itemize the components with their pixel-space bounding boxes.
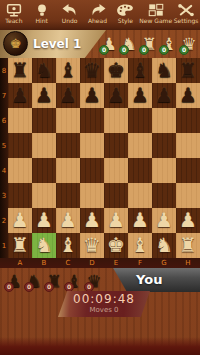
piece-black-rook: ♜: [176, 58, 200, 83]
captured-black-bishop: ♝0: [64, 268, 84, 294]
level-label: Level 1: [33, 37, 81, 51]
square-d8[interactable]: ♛: [80, 58, 104, 83]
square-a7[interactable]: ♟: [8, 83, 32, 108]
square-g8[interactable]: ♞: [152, 58, 176, 83]
piece-white-pawn: ♟: [80, 208, 104, 233]
square-a3[interactable]: [8, 183, 32, 208]
captured-white-tray: ♟0♞0♜0♝0♛0: [99, 31, 199, 57]
square-g3[interactable]: [152, 183, 176, 208]
piece-black-pawn: ♟: [56, 83, 80, 108]
square-c3[interactable]: [56, 183, 80, 208]
square-f3[interactable]: [128, 183, 152, 208]
square-e4[interactable]: [104, 158, 128, 183]
piece-white-knight: ♞: [152, 233, 176, 258]
captured-white-queen: ♛0: [179, 31, 199, 57]
capture-count-badge: 0: [99, 45, 109, 55]
capture-count-badge: 0: [159, 45, 169, 55]
square-c6[interactable]: [56, 108, 80, 133]
timer-banner: 00:09:48 Moves 0: [58, 291, 150, 317]
square-b1[interactable]: ♞: [32, 233, 56, 258]
rank-label-8: 8: [0, 58, 8, 83]
square-h1[interactable]: ♜: [176, 233, 200, 258]
chess-app-screen: TeachHintUndoAheadStyleNew GameSettings …: [0, 0, 200, 355]
file-label-b: B: [32, 258, 56, 268]
toolbar-button-label: Hint: [36, 18, 48, 24]
square-a2[interactable]: ♟: [8, 208, 32, 233]
style-button[interactable]: Style: [111, 0, 139, 30]
style-icon: [116, 3, 134, 17]
rank-label-6: 6: [0, 108, 8, 133]
piece-black-king: ♚: [104, 58, 128, 83]
bottom-shade: [0, 337, 200, 355]
piece-white-pawn: ♟: [56, 208, 80, 233]
square-g7[interactable]: ♟: [152, 83, 176, 108]
piece-white-queen: ♛: [80, 233, 104, 258]
capture-count-badge: 0: [119, 45, 129, 55]
rank-label-4: 4: [0, 158, 8, 183]
clock-time: 00:09:48: [58, 293, 150, 306]
piece-white-pawn: ♟: [152, 208, 176, 233]
rank-label-2: 2: [0, 208, 8, 233]
square-c1[interactable]: ♝: [56, 233, 80, 258]
square-f6[interactable]: [128, 108, 152, 133]
player-banner: You: [112, 266, 200, 292]
piece-white-knight: ♞: [32, 233, 56, 258]
hint-button[interactable]: Hint: [28, 0, 56, 30]
captured-black-queen: ♛0: [84, 268, 104, 294]
rank-label-5: 5: [0, 133, 8, 158]
square-f2[interactable]: ♟: [128, 208, 152, 233]
file-label-e: E: [104, 258, 128, 268]
toolbar-button-label: Settings: [174, 18, 199, 24]
hint-icon: [33, 3, 51, 17]
square-d6[interactable]: [80, 108, 104, 133]
square-a8[interactable]: ♜: [8, 58, 32, 83]
file-label-a: A: [8, 258, 32, 268]
file-label-f: F: [128, 258, 152, 268]
square-e8[interactable]: ♚: [104, 58, 128, 83]
square-h4[interactable]: [176, 158, 200, 183]
square-h8[interactable]: ♜: [176, 58, 200, 83]
toolbar-button-label: Undo: [62, 18, 78, 24]
captured-white-pawn: ♟0: [99, 31, 119, 57]
piece-white-rook: ♜: [176, 233, 200, 258]
square-d3[interactable]: [80, 183, 104, 208]
square-f8[interactable]: ♝: [128, 58, 152, 83]
square-a4[interactable]: [8, 158, 32, 183]
captured-white-rook: ♜0: [139, 31, 159, 57]
piece-black-bishop: ♝: [56, 58, 80, 83]
captured-black-knight: ♞0: [24, 268, 44, 294]
square-b6[interactable]: [32, 108, 56, 133]
square-a1[interactable]: ♜: [8, 233, 32, 258]
square-a5[interactable]: [8, 133, 32, 158]
square-e7[interactable]: ♟: [104, 83, 128, 108]
square-b2[interactable]: ♟: [32, 208, 56, 233]
square-b8[interactable]: ♞: [32, 58, 56, 83]
square-d1[interactable]: ♛: [80, 233, 104, 258]
move-counter: Moves 0: [58, 306, 150, 315]
square-e6[interactable]: [104, 108, 128, 133]
piece-black-queen: ♛: [80, 58, 104, 83]
square-g2[interactable]: ♟: [152, 208, 176, 233]
file-label-d: D: [80, 258, 104, 268]
square-h7[interactable]: ♟: [176, 83, 200, 108]
square-h3[interactable]: [176, 183, 200, 208]
square-h2[interactable]: ♟: [176, 208, 200, 233]
piece-white-pawn: ♟: [128, 208, 152, 233]
piece-white-bishop: ♝: [128, 233, 152, 258]
square-f5[interactable]: [128, 133, 152, 158]
piece-black-knight: ♞: [32, 58, 56, 83]
file-label-h: H: [176, 258, 200, 268]
piece-white-rook: ♜: [8, 233, 32, 258]
new-game-button[interactable]: New Game: [139, 0, 172, 30]
square-g6[interactable]: [152, 108, 176, 133]
toolbar-button-label: New Game: [139, 18, 172, 24]
square-c4[interactable]: [56, 158, 80, 183]
square-g5[interactable]: [152, 133, 176, 158]
square-b4[interactable]: [32, 158, 56, 183]
piece-black-pawn: ♟: [128, 83, 152, 108]
captured-black-pawn: ♟0: [4, 268, 24, 294]
square-h6[interactable]: [176, 108, 200, 133]
piece-white-king: ♚: [104, 233, 128, 258]
square-b3[interactable]: [32, 183, 56, 208]
new-game-icon: [147, 3, 165, 17]
capture-count-badge: 0: [64, 282, 74, 292]
file-label-c: C: [56, 258, 80, 268]
piece-black-knight: ♞: [152, 58, 176, 83]
toolbar: TeachHintUndoAheadStyleNew GameSettings: [0, 0, 200, 30]
capture-count-badge: 0: [84, 282, 94, 292]
piece-black-pawn: ♟: [152, 83, 176, 108]
square-b5[interactable]: [32, 133, 56, 158]
square-e2[interactable]: ♟: [104, 208, 128, 233]
square-d5[interactable]: [80, 133, 104, 158]
square-g4[interactable]: [152, 158, 176, 183]
square-e3[interactable]: [104, 183, 128, 208]
piece-white-pawn: ♟: [104, 208, 128, 233]
player-label: You: [136, 272, 162, 287]
captured-black-rook: ♜0: [44, 268, 64, 294]
toolbar-button-label: Ahead: [88, 18, 107, 24]
king-crown-icon: ♚: [3, 31, 28, 56]
ahead-button[interactable]: Ahead: [84, 0, 112, 30]
undo-icon: [61, 3, 79, 17]
undo-button[interactable]: Undo: [56, 0, 84, 30]
square-h5[interactable]: [176, 133, 200, 158]
square-a6[interactable]: [8, 108, 32, 133]
capture-count-badge: 0: [139, 45, 149, 55]
teach-button[interactable]: Teach: [0, 0, 28, 30]
piece-black-pawn: ♟: [104, 83, 128, 108]
capture-count-badge: 0: [44, 282, 54, 292]
square-e5[interactable]: [104, 133, 128, 158]
piece-white-pawn: ♟: [176, 208, 200, 233]
capture-count-badge: 0: [4, 282, 14, 292]
square-e1[interactable]: ♚: [104, 233, 128, 258]
square-f1[interactable]: ♝: [128, 233, 152, 258]
captured-white-bishop: ♝0: [159, 31, 179, 57]
ahead-icon: [89, 3, 107, 17]
file-labels: ABCDEFGH: [0, 258, 200, 268]
piece-white-pawn: ♟: [8, 208, 32, 233]
piece-black-pawn: ♟: [8, 83, 32, 108]
captured-black-tray: ♟0♞0♜0♝0♛0: [4, 268, 104, 294]
capture-count-badge: 0: [179, 45, 189, 55]
square-d2[interactable]: ♟: [80, 208, 104, 233]
piece-white-pawn: ♟: [32, 208, 56, 233]
toolbar-button-label: Style: [118, 18, 133, 24]
square-d7[interactable]: ♟: [80, 83, 104, 108]
capture-count-badge: 0: [24, 282, 34, 292]
piece-black-pawn: ♟: [32, 83, 56, 108]
square-f4[interactable]: [128, 158, 152, 183]
square-c5[interactable]: [56, 133, 80, 158]
piece-black-pawn: ♟: [80, 83, 104, 108]
teach-icon: [5, 3, 23, 17]
piece-black-rook: ♜: [8, 58, 32, 83]
captured-white-knight: ♞0: [119, 31, 139, 57]
rank-label-3: 3: [0, 183, 8, 208]
toolbar-button-label: Teach: [5, 18, 22, 24]
square-f7[interactable]: ♟: [128, 83, 152, 108]
square-b7[interactable]: ♟: [32, 83, 56, 108]
piece-white-bishop: ♝: [56, 233, 80, 258]
square-c8[interactable]: ♝: [56, 58, 80, 83]
chess-board: ♜♞♝♛♚♝♞♜♟♟♟♟♟♟♟♟♟♟♟♟♟♟♟♟♜♞♝♛♚♝♞♜: [8, 58, 200, 258]
rank-label-7: 7: [0, 83, 8, 108]
square-d4[interactable]: [80, 158, 104, 183]
settings-button[interactable]: Settings: [172, 0, 200, 30]
square-c2[interactable]: ♟: [56, 208, 80, 233]
piece-black-pawn: ♟: [176, 83, 200, 108]
settings-icon: [177, 3, 195, 17]
rank-labels: 87654321: [0, 58, 8, 258]
square-c7[interactable]: ♟: [56, 83, 80, 108]
piece-black-bishop: ♝: [128, 58, 152, 83]
square-g1[interactable]: ♞: [152, 233, 176, 258]
rank-label-1: 1: [0, 233, 8, 258]
file-label-g: G: [152, 258, 176, 268]
